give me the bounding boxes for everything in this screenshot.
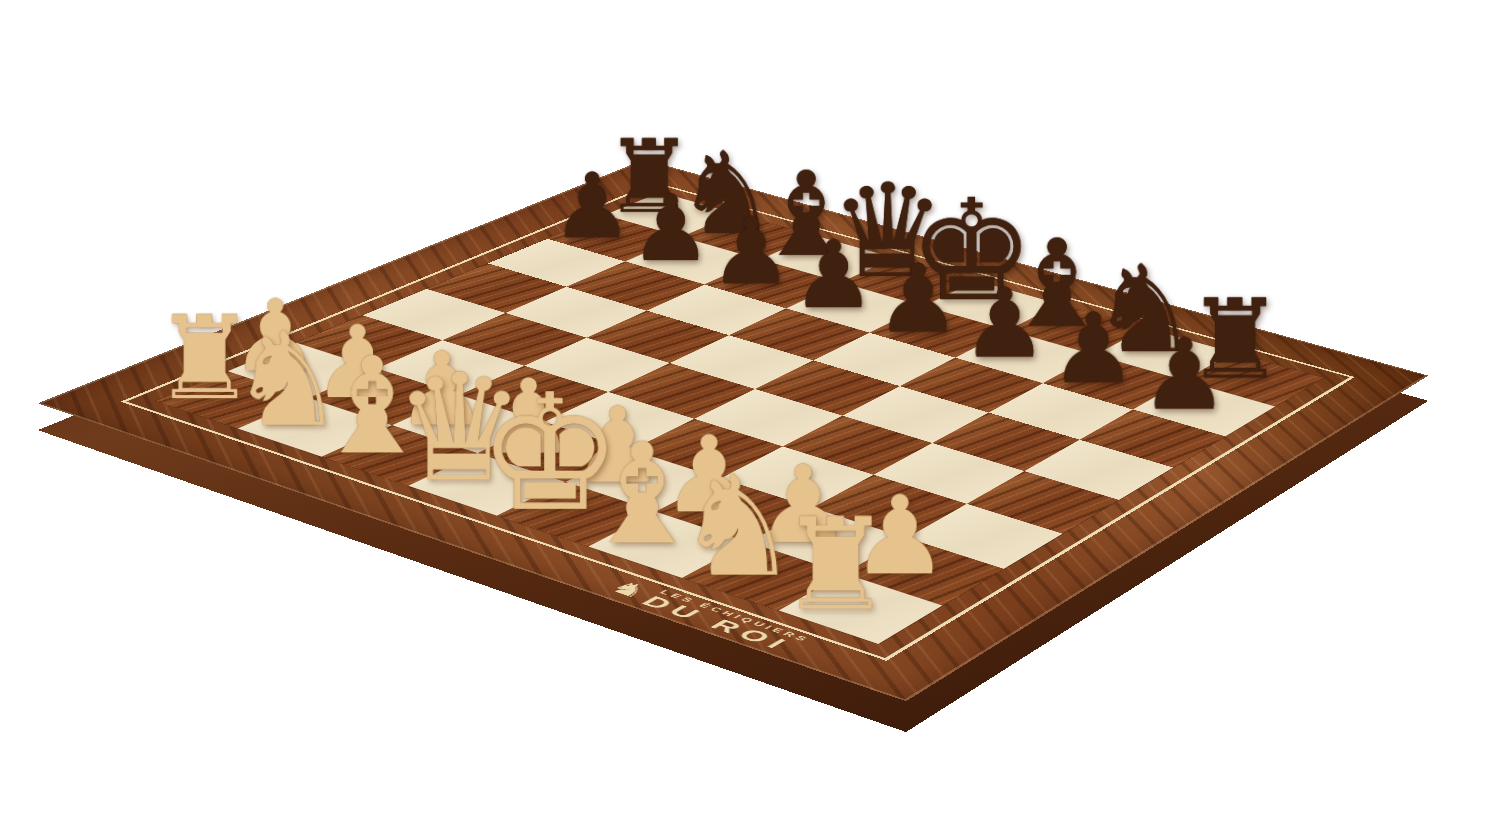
perspective-stage: ♜♞♝♛♚♝♞♜♟♟♟♟♟♟♟♟♟♟♟♟♟♟♟♟♜♞♝♛♚♝♞♜ ♞ LES É…	[0, 0, 1509, 828]
piece-black-pawn[interactable]: ♟	[629, 187, 711, 271]
piece-black-pawn[interactable]: ♟	[1139, 329, 1227, 420]
piece-white-rook[interactable]: ♜	[777, 506, 891, 623]
maple-inlay-line: ♜♞♝♛♚♝♞♜♟♟♟♟♟♟♟♟♟♟♟♟♟♟♟♟♜♞♝♛♚♝♞♜	[120, 182, 1354, 661]
piece-black-pawn[interactable]: ♟	[1049, 304, 1136, 393]
piece-black-pawn[interactable]: ♟	[961, 279, 1047, 367]
piece-black-pawn[interactable]: ♟	[551, 165, 632, 248]
chess-board: ♜♞♝♛♚♝♞♜♟♟♟♟♟♟♟♟♟♟♟♟♟♟♟♟♜♞♝♛♚♝♞♜ ♞ LES É…	[37, 160, 1427, 702]
piece-black-pawn[interactable]: ♟	[791, 232, 875, 318]
product-photo-scene: ♜♞♝♛♚♝♞♜♟♟♟♟♟♟♟♟♟♟♟♟♟♟♟♟♜♞♝♛♚♝♞♜ ♞ LES É…	[0, 0, 1509, 828]
piece-black-pawn[interactable]: ♟	[709, 209, 792, 294]
piece-black-pawn[interactable]: ♟	[875, 255, 960, 342]
